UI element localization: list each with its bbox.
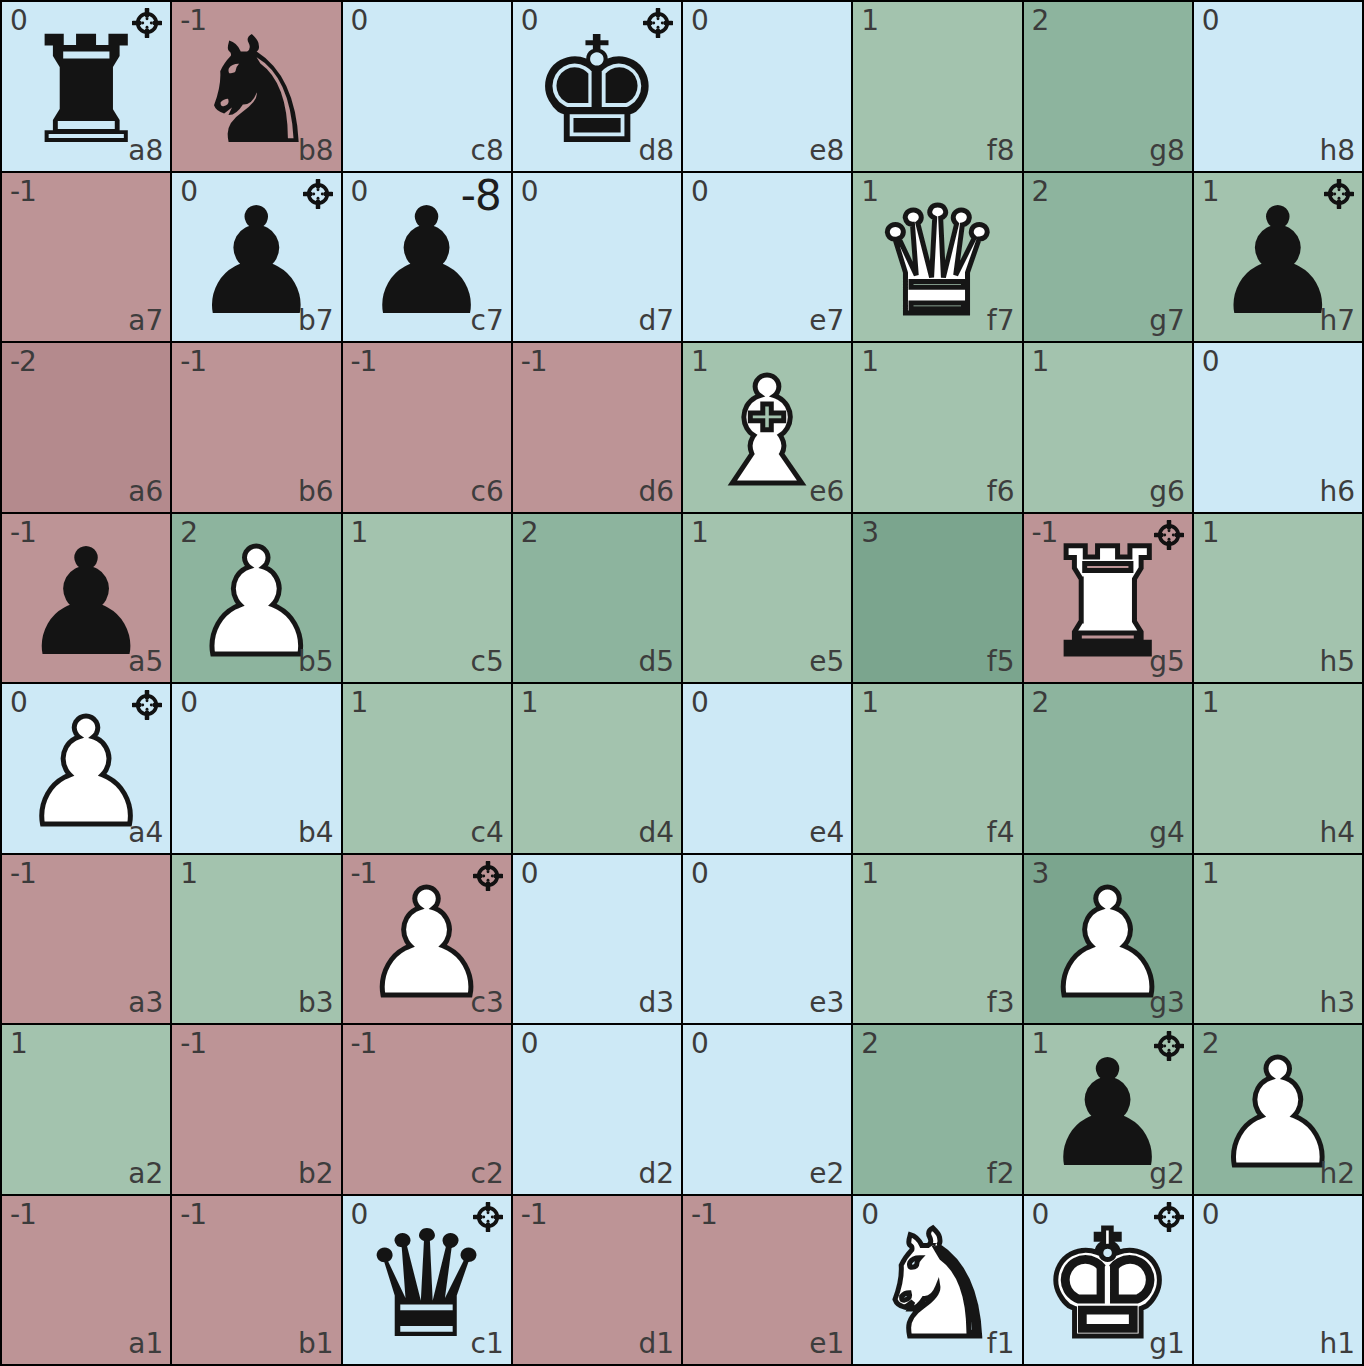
square-coord: f3 xyxy=(987,988,1015,1019)
square-coord: g3 xyxy=(1149,988,1185,1019)
square-f6[interactable]: 1f6 xyxy=(853,343,1021,512)
square-coord: c3 xyxy=(471,988,504,1019)
square-coord: d4 xyxy=(638,818,674,849)
square-b5[interactable]: 2♟b5 xyxy=(172,514,340,683)
square-coord: e4 xyxy=(809,818,844,849)
square-coord: g8 xyxy=(1149,136,1185,167)
square-value: 0 xyxy=(1202,4,1219,38)
square-value: 2 xyxy=(1032,686,1049,720)
square-f3[interactable]: 1f3 xyxy=(853,855,1021,1024)
square-value: -1 xyxy=(180,1027,206,1061)
square-d4[interactable]: 1d4 xyxy=(513,684,681,853)
square-coord: d2 xyxy=(638,1159,674,1190)
square-coord: b7 xyxy=(298,306,334,337)
square-d6[interactable]: -1d6 xyxy=(513,343,681,512)
square-coord: c5 xyxy=(471,647,504,678)
square-e7[interactable]: 0e7 xyxy=(683,173,851,342)
square-coord: e7 xyxy=(809,306,844,337)
square-coord: e5 xyxy=(809,647,844,678)
square-coord: g1 xyxy=(1149,1329,1185,1360)
square-coord: h7 xyxy=(1319,306,1355,337)
square-h6[interactable]: 0h6 xyxy=(1194,343,1362,512)
square-c7[interactable]: 0-8♟c7 xyxy=(343,173,511,342)
square-value: 0 xyxy=(351,4,368,38)
square-coord: f6 xyxy=(987,477,1015,508)
square-d5[interactable]: 2d5 xyxy=(513,514,681,683)
square-b7[interactable]: 0♟b7 xyxy=(172,173,340,342)
square-value: 2 xyxy=(1032,175,1049,209)
square-value: 2 xyxy=(521,516,538,550)
square-coord: d3 xyxy=(638,988,674,1019)
square-coord: h1 xyxy=(1319,1329,1355,1360)
square-coord: g5 xyxy=(1149,647,1185,678)
square-coord: g2 xyxy=(1149,1159,1185,1190)
square-value: 0 xyxy=(521,1027,538,1061)
square-value: -1 xyxy=(691,1198,717,1232)
square-value: -1 xyxy=(521,1198,547,1232)
square-value: 0 xyxy=(1202,1198,1219,1232)
square-coord: c4 xyxy=(471,818,504,849)
square-h8[interactable]: 0h8 xyxy=(1194,2,1362,171)
square-value: -1 xyxy=(180,1198,206,1232)
square-g7[interactable]: 2g7 xyxy=(1024,173,1192,342)
square-c2[interactable]: -1c2 xyxy=(343,1025,511,1194)
square-value: 0 xyxy=(691,4,708,38)
square-coord: h6 xyxy=(1319,477,1355,508)
square-coord: d8 xyxy=(638,136,674,167)
square-coord: e8 xyxy=(809,136,844,167)
square-coord: c6 xyxy=(471,477,504,508)
square-coord: h2 xyxy=(1319,1159,1355,1190)
square-coord: f2 xyxy=(987,1159,1015,1190)
square-value: 1 xyxy=(691,516,708,550)
square-a6[interactable]: -2a6 xyxy=(2,343,170,512)
square-value: 0 xyxy=(691,857,708,891)
square-a7[interactable]: -1a7 xyxy=(2,173,170,342)
white-knight-piece[interactable]: ♞ xyxy=(871,1211,1004,1359)
square-coord: f5 xyxy=(987,647,1015,678)
square-coord: c7 xyxy=(471,306,504,337)
square-value: 1 xyxy=(1202,686,1219,720)
square-b2[interactable]: -1b2 xyxy=(172,1025,340,1194)
square-coord: d1 xyxy=(638,1329,674,1360)
square-g4[interactable]: 2g4 xyxy=(1024,684,1192,853)
square-value: 2 xyxy=(1032,4,1049,38)
square-a4[interactable]: 0♟a4 xyxy=(2,684,170,853)
square-coord: b6 xyxy=(298,477,334,508)
square-e8[interactable]: 0e8 xyxy=(683,2,851,171)
square-c4[interactable]: 1c4 xyxy=(343,684,511,853)
square-coord: f4 xyxy=(987,818,1015,849)
square-f1[interactable]: 0♞f1 xyxy=(853,1196,1021,1365)
square-d7[interactable]: 0d7 xyxy=(513,173,681,342)
square-d2[interactable]: 0d2 xyxy=(513,1025,681,1194)
square-coord: e2 xyxy=(809,1159,844,1190)
square-value: 3 xyxy=(861,516,878,550)
square-coord: a5 xyxy=(128,647,163,678)
chess-board: 0♜a8-1♞b80c80♚d80e81f82g80h8-1a70♟b70-8♟… xyxy=(0,0,1364,1366)
square-coord: a4 xyxy=(128,818,163,849)
square-coord: f1 xyxy=(987,1329,1015,1360)
square-e2[interactable]: 0e2 xyxy=(683,1025,851,1194)
square-coord: h3 xyxy=(1319,988,1355,1019)
square-b8[interactable]: -1♞b8 xyxy=(172,2,340,171)
square-value: -1 xyxy=(10,857,36,891)
square-coord: a1 xyxy=(128,1329,163,1360)
square-coord: c1 xyxy=(471,1329,504,1360)
square-a5[interactable]: -1♟a5 xyxy=(2,514,170,683)
square-b6[interactable]: -1b6 xyxy=(172,343,340,512)
square-value: 0 xyxy=(691,1027,708,1061)
square-coord: a2 xyxy=(128,1159,163,1190)
square-coord: h5 xyxy=(1319,647,1355,678)
square-h3[interactable]: 1h3 xyxy=(1194,855,1362,1024)
square-value: 1 xyxy=(521,686,538,720)
square-c3[interactable]: -1♟c3 xyxy=(343,855,511,1024)
square-value: 2 xyxy=(861,1027,878,1061)
white-queen-piece[interactable]: ♛ xyxy=(871,188,1004,336)
square-b1[interactable]: -1b1 xyxy=(172,1196,340,1365)
square-f5[interactable]: 3f5 xyxy=(853,514,1021,683)
square-coord: b1 xyxy=(298,1329,334,1360)
square-d1[interactable]: -1d1 xyxy=(513,1196,681,1365)
square-c5[interactable]: 1c5 xyxy=(343,514,511,683)
square-value: 1 xyxy=(1202,516,1219,550)
square-value: -1 xyxy=(521,345,547,379)
square-e4[interactable]: 0e4 xyxy=(683,684,851,853)
square-value: 1 xyxy=(351,516,368,550)
square-coord: e1 xyxy=(809,1329,844,1360)
square-value: -1 xyxy=(10,175,36,209)
square-g3[interactable]: 3♟g3 xyxy=(1024,855,1192,1024)
square-b4[interactable]: 0b4 xyxy=(172,684,340,853)
square-coord: d7 xyxy=(638,306,674,337)
square-coord: c2 xyxy=(471,1159,504,1190)
square-value: 1 xyxy=(351,686,368,720)
square-value: 0 xyxy=(691,175,708,209)
square-f4[interactable]: 1f4 xyxy=(853,684,1021,853)
square-coord: d5 xyxy=(638,647,674,678)
square-g5[interactable]: -1♜g5 xyxy=(1024,514,1192,683)
square-g6[interactable]: 1g6 xyxy=(1024,343,1192,512)
square-g2[interactable]: 1♟g2 xyxy=(1024,1025,1192,1194)
square-value: 1 xyxy=(861,686,878,720)
square-f8[interactable]: 1f8 xyxy=(853,2,1021,171)
square-d8[interactable]: 0♚d8 xyxy=(513,2,681,171)
square-coord: g7 xyxy=(1149,306,1185,337)
square-coord: b3 xyxy=(298,988,334,1019)
square-coord: b8 xyxy=(298,136,334,167)
square-value: 0 xyxy=(1202,345,1219,379)
square-value: 1 xyxy=(861,4,878,38)
square-value: -2 xyxy=(10,345,36,379)
square-a3[interactable]: -1a3 xyxy=(2,855,170,1024)
square-coord: b5 xyxy=(298,647,334,678)
square-value: 0 xyxy=(521,857,538,891)
square-e1[interactable]: -1e1 xyxy=(683,1196,851,1365)
square-h4[interactable]: 1h4 xyxy=(1194,684,1362,853)
square-coord: g4 xyxy=(1149,818,1185,849)
square-coord: a7 xyxy=(128,306,163,337)
square-value: 1 xyxy=(180,857,197,891)
square-value: 1 xyxy=(861,345,878,379)
square-coord: f8 xyxy=(987,136,1015,167)
square-e6[interactable]: 1♝e6 xyxy=(683,343,851,512)
square-h2[interactable]: 2♟h2 xyxy=(1194,1025,1362,1194)
square-a2[interactable]: 1a2 xyxy=(2,1025,170,1194)
square-f2[interactable]: 2f2 xyxy=(853,1025,1021,1194)
square-value: 1 xyxy=(861,857,878,891)
square-value: -1 xyxy=(10,1198,36,1232)
square-value: -1 xyxy=(351,1027,377,1061)
square-coord: e3 xyxy=(809,988,844,1019)
square-a8[interactable]: 0♜a8 xyxy=(2,2,170,171)
square-e5[interactable]: 1e5 xyxy=(683,514,851,683)
square-coord: b4 xyxy=(298,818,334,849)
square-value: -1 xyxy=(351,345,377,379)
square-value: -1 xyxy=(180,345,206,379)
square-f7[interactable]: 1♛f7 xyxy=(853,173,1021,342)
square-coord: e6 xyxy=(809,477,844,508)
square-coord: b2 xyxy=(298,1159,334,1190)
square-value: 0 xyxy=(180,686,197,720)
square-h1[interactable]: 0h1 xyxy=(1194,1196,1362,1365)
square-c1[interactable]: 0♛c1 xyxy=(343,1196,511,1365)
square-d3[interactable]: 0d3 xyxy=(513,855,681,1024)
square-value: 0 xyxy=(521,175,538,209)
square-c8[interactable]: 0c8 xyxy=(343,2,511,171)
square-g8[interactable]: 2g8 xyxy=(1024,2,1192,171)
square-value: 1 xyxy=(1202,857,1219,891)
square-value: 0 xyxy=(691,686,708,720)
square-coord: a8 xyxy=(128,136,163,167)
square-a1[interactable]: -1a1 xyxy=(2,1196,170,1365)
square-coord: h8 xyxy=(1319,136,1355,167)
square-h5[interactable]: 1h5 xyxy=(1194,514,1362,683)
square-coord: a6 xyxy=(128,477,163,508)
square-value: 1 xyxy=(10,1027,27,1061)
square-value: 1 xyxy=(1032,345,1049,379)
square-h7[interactable]: 1♟h7 xyxy=(1194,173,1362,342)
square-e3[interactable]: 0e3 xyxy=(683,855,851,1024)
square-b3[interactable]: 1b3 xyxy=(172,855,340,1024)
square-c6[interactable]: -1c6 xyxy=(343,343,511,512)
square-coord: c8 xyxy=(471,136,504,167)
square-coord: f7 xyxy=(987,306,1015,337)
square-coord: a3 xyxy=(128,988,163,1019)
square-coord: h4 xyxy=(1319,818,1355,849)
square-coord: g6 xyxy=(1149,477,1185,508)
square-g1[interactable]: 0♚g1 xyxy=(1024,1196,1192,1365)
square-coord: d6 xyxy=(638,477,674,508)
